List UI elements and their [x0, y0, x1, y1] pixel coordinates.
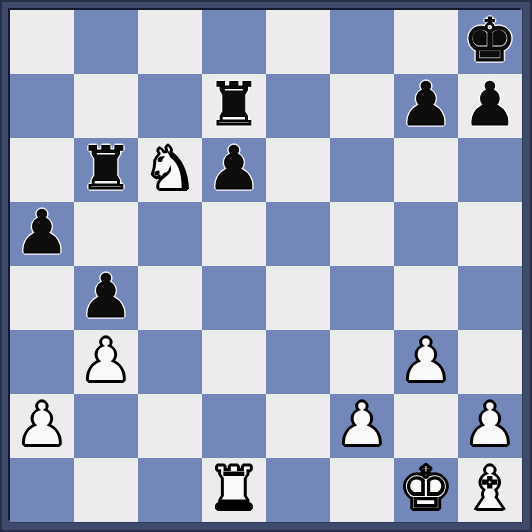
square-d8[interactable]: [202, 10, 266, 74]
square-c4[interactable]: [138, 266, 202, 330]
square-h7[interactable]: ♟: [458, 74, 522, 138]
square-f4[interactable]: [330, 266, 394, 330]
square-b1[interactable]: [74, 458, 138, 522]
black-pawn-icon[interactable]: ♟: [15, 202, 69, 262]
white-pawn-icon[interactable]: ♟: [335, 394, 389, 454]
square-d4[interactable]: [202, 266, 266, 330]
square-d2[interactable]: [202, 394, 266, 458]
square-f3[interactable]: [330, 330, 394, 394]
square-h3[interactable]: [458, 330, 522, 394]
square-d5[interactable]: [202, 202, 266, 266]
square-e2[interactable]: [266, 394, 330, 458]
square-f2[interactable]: ♟: [330, 394, 394, 458]
square-b7[interactable]: [74, 74, 138, 138]
chessboard-frame: ♚♜♟♟♜♞♟♟♟♟♟♟♟♟♜♚♝: [0, 0, 532, 532]
chessboard: ♚♜♟♟♜♞♟♟♟♟♟♟♟♟♜♚♝: [10, 10, 522, 522]
square-a2[interactable]: ♟: [10, 394, 74, 458]
black-pawn-icon[interactable]: ♟: [463, 74, 517, 134]
square-h6[interactable]: [458, 138, 522, 202]
square-f7[interactable]: [330, 74, 394, 138]
square-d6[interactable]: ♟: [202, 138, 266, 202]
square-g5[interactable]: [394, 202, 458, 266]
square-c5[interactable]: [138, 202, 202, 266]
black-pawn-icon[interactable]: ♟: [399, 74, 453, 134]
square-e8[interactable]: [266, 10, 330, 74]
square-a1[interactable]: [10, 458, 74, 522]
square-a7[interactable]: [10, 74, 74, 138]
white-king-icon[interactable]: ♚: [399, 458, 453, 518]
square-c1[interactable]: [138, 458, 202, 522]
square-d1[interactable]: ♜: [202, 458, 266, 522]
square-c6[interactable]: ♞: [138, 138, 202, 202]
black-king-icon[interactable]: ♚: [463, 10, 517, 70]
square-g3[interactable]: ♟: [394, 330, 458, 394]
white-pawn-icon[interactable]: ♟: [15, 394, 69, 454]
square-a4[interactable]: [10, 266, 74, 330]
square-g8[interactable]: [394, 10, 458, 74]
white-rook-icon[interactable]: ♜: [207, 458, 261, 518]
white-pawn-icon[interactable]: ♟: [399, 330, 453, 390]
black-pawn-icon[interactable]: ♟: [207, 138, 261, 198]
square-b4[interactable]: ♟: [74, 266, 138, 330]
square-e1[interactable]: [266, 458, 330, 522]
square-a3[interactable]: [10, 330, 74, 394]
square-e6[interactable]: [266, 138, 330, 202]
black-rook-icon[interactable]: ♜: [207, 74, 261, 134]
square-d3[interactable]: [202, 330, 266, 394]
square-g6[interactable]: [394, 138, 458, 202]
square-c3[interactable]: [138, 330, 202, 394]
square-b8[interactable]: [74, 10, 138, 74]
square-f1[interactable]: [330, 458, 394, 522]
square-h8[interactable]: ♚: [458, 10, 522, 74]
square-h5[interactable]: [458, 202, 522, 266]
square-h2[interactable]: ♟: [458, 394, 522, 458]
square-a6[interactable]: [10, 138, 74, 202]
square-h1[interactable]: ♝: [458, 458, 522, 522]
black-rook-icon[interactable]: ♜: [79, 138, 133, 198]
square-a8[interactable]: [10, 10, 74, 74]
square-c7[interactable]: [138, 74, 202, 138]
square-f5[interactable]: [330, 202, 394, 266]
square-b5[interactable]: [74, 202, 138, 266]
square-b3[interactable]: ♟: [74, 330, 138, 394]
square-e7[interactable]: [266, 74, 330, 138]
white-knight-icon[interactable]: ♞: [143, 138, 197, 198]
square-d7[interactable]: ♜: [202, 74, 266, 138]
black-pawn-icon[interactable]: ♟: [79, 266, 133, 326]
square-e4[interactable]: [266, 266, 330, 330]
square-g4[interactable]: [394, 266, 458, 330]
square-f6[interactable]: [330, 138, 394, 202]
square-a5[interactable]: ♟: [10, 202, 74, 266]
square-c8[interactable]: [138, 10, 202, 74]
square-b6[interactable]: ♜: [74, 138, 138, 202]
white-pawn-icon[interactable]: ♟: [79, 330, 133, 390]
square-f8[interactable]: [330, 10, 394, 74]
white-bishop-icon[interactable]: ♝: [463, 458, 517, 518]
square-e3[interactable]: [266, 330, 330, 394]
square-g2[interactable]: [394, 394, 458, 458]
square-e5[interactable]: [266, 202, 330, 266]
square-h4[interactable]: [458, 266, 522, 330]
white-pawn-icon[interactable]: ♟: [463, 394, 517, 454]
square-b2[interactable]: [74, 394, 138, 458]
square-c2[interactable]: [138, 394, 202, 458]
square-g1[interactable]: ♚: [394, 458, 458, 522]
square-g7[interactable]: ♟: [394, 74, 458, 138]
